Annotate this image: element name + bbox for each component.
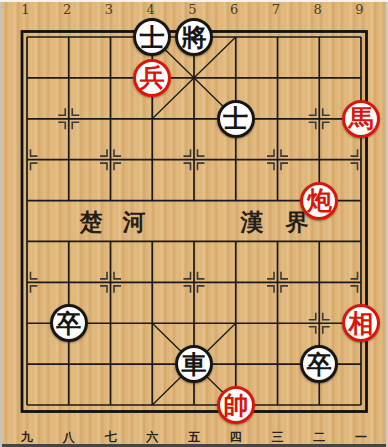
- piece-black-advisor-2[interactable]: 士: [217, 100, 255, 138]
- piece-red-soldier[interactable]: 兵: [133, 59, 171, 97]
- piece-red-cannon[interactable]: 炮: [300, 182, 338, 220]
- piece-black-chariot[interactable]: 車: [175, 345, 213, 383]
- piece-black-general[interactable]: 將: [175, 18, 213, 56]
- piece-red-general[interactable]: 帥: [217, 386, 255, 424]
- piece-black-advisor[interactable]: 士: [133, 18, 171, 56]
- xiangqi-board-window: 123456789 九八七六五四三二一 楚河漢界 士將兵士馬炮卒相車卒帥: [0, 0, 388, 447]
- pieces-layer: 士將兵士馬炮卒相車卒帥: [0, 0, 388, 447]
- piece-red-elephant[interactable]: 相: [342, 304, 380, 342]
- piece-black-soldier-2[interactable]: 卒: [300, 345, 338, 383]
- piece-black-soldier[interactable]: 卒: [50, 304, 88, 342]
- piece-red-horse[interactable]: 馬: [342, 100, 380, 138]
